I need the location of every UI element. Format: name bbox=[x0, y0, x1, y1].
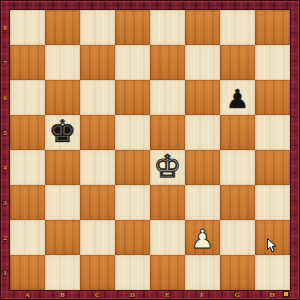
square-a5[interactable] bbox=[10, 115, 45, 150]
file-label-g: G bbox=[220, 290, 255, 300]
square-e4[interactable]: ♚ bbox=[150, 150, 185, 185]
square-g4[interactable] bbox=[220, 150, 255, 185]
square-a8[interactable] bbox=[10, 10, 45, 45]
square-h5[interactable] bbox=[255, 115, 290, 150]
file-label-e: E bbox=[150, 290, 185, 300]
square-h7[interactable] bbox=[255, 45, 290, 80]
file-label-d: D bbox=[115, 290, 150, 300]
file-label-c: C bbox=[80, 290, 115, 300]
square-e6[interactable] bbox=[150, 80, 185, 115]
square-d8[interactable] bbox=[115, 10, 150, 45]
square-d1[interactable] bbox=[115, 255, 150, 290]
square-g5[interactable] bbox=[220, 115, 255, 150]
square-c7[interactable] bbox=[80, 45, 115, 80]
piece-black-pawn[interactable]: ♟ bbox=[226, 86, 249, 112]
square-f5[interactable] bbox=[185, 115, 220, 150]
rank-label-8: 8 bbox=[0, 10, 10, 45]
square-d4[interactable] bbox=[115, 150, 150, 185]
square-b2[interactable] bbox=[45, 220, 80, 255]
square-b6[interactable] bbox=[45, 80, 80, 115]
rank-label-2: 2 bbox=[0, 220, 10, 255]
rank-label-6: 6 bbox=[0, 80, 10, 115]
square-a3[interactable] bbox=[10, 185, 45, 220]
square-c2[interactable] bbox=[80, 220, 115, 255]
square-c6[interactable] bbox=[80, 80, 115, 115]
chess-board-window: ♟♚♚♟ 87654321ABCDEFGH bbox=[0, 0, 300, 300]
square-a7[interactable] bbox=[10, 45, 45, 80]
square-b4[interactable] bbox=[45, 150, 80, 185]
rank-label-7: 7 bbox=[0, 45, 10, 80]
square-c8[interactable] bbox=[80, 10, 115, 45]
file-label-a: A bbox=[10, 290, 45, 300]
square-d6[interactable] bbox=[115, 80, 150, 115]
square-h1[interactable] bbox=[255, 255, 290, 290]
square-g2[interactable] bbox=[220, 220, 255, 255]
square-d3[interactable] bbox=[115, 185, 150, 220]
square-e3[interactable] bbox=[150, 185, 185, 220]
square-d2[interactable] bbox=[115, 220, 150, 255]
square-d5[interactable] bbox=[115, 115, 150, 150]
square-f1[interactable] bbox=[185, 255, 220, 290]
square-g8[interactable] bbox=[220, 10, 255, 45]
square-f6[interactable] bbox=[185, 80, 220, 115]
rank-label-5: 5 bbox=[0, 115, 10, 150]
square-h6[interactable] bbox=[255, 80, 290, 115]
square-c1[interactable] bbox=[80, 255, 115, 290]
square-a2[interactable] bbox=[10, 220, 45, 255]
square-a6[interactable] bbox=[10, 80, 45, 115]
square-h8[interactable] bbox=[255, 10, 290, 45]
square-e5[interactable] bbox=[150, 115, 185, 150]
piece-white-king[interactable]: ♚ bbox=[154, 151, 182, 182]
square-h4[interactable] bbox=[255, 150, 290, 185]
square-g7[interactable] bbox=[220, 45, 255, 80]
square-f8[interactable] bbox=[185, 10, 220, 45]
square-b3[interactable] bbox=[45, 185, 80, 220]
piece-white-pawn[interactable]: ♟ bbox=[191, 226, 214, 252]
square-g1[interactable] bbox=[220, 255, 255, 290]
square-f3[interactable] bbox=[185, 185, 220, 220]
square-e2[interactable] bbox=[150, 220, 185, 255]
square-b7[interactable] bbox=[45, 45, 80, 80]
square-b8[interactable] bbox=[45, 10, 80, 45]
rank-label-3: 3 bbox=[0, 185, 10, 220]
square-e1[interactable] bbox=[150, 255, 185, 290]
square-c5[interactable] bbox=[80, 115, 115, 150]
square-e7[interactable] bbox=[150, 45, 185, 80]
file-label-f: F bbox=[185, 290, 220, 300]
square-a4[interactable] bbox=[10, 150, 45, 185]
square-b5[interactable]: ♚ bbox=[45, 115, 80, 150]
square-g6[interactable]: ♟ bbox=[220, 80, 255, 115]
square-h3[interactable] bbox=[255, 185, 290, 220]
square-d7[interactable] bbox=[115, 45, 150, 80]
square-f7[interactable] bbox=[185, 45, 220, 80]
square-c3[interactable] bbox=[80, 185, 115, 220]
square-e8[interactable] bbox=[150, 10, 185, 45]
square-c4[interactable] bbox=[80, 150, 115, 185]
square-g3[interactable] bbox=[220, 185, 255, 220]
square-f2[interactable]: ♟ bbox=[185, 220, 220, 255]
chess-board: ♟♚♚♟ bbox=[10, 10, 290, 290]
square-f4[interactable] bbox=[185, 150, 220, 185]
square-b1[interactable] bbox=[45, 255, 80, 290]
file-label-b: B bbox=[45, 290, 80, 300]
rank-label-4: 4 bbox=[0, 150, 10, 185]
piece-black-king[interactable]: ♚ bbox=[49, 116, 77, 147]
square-h2[interactable] bbox=[255, 220, 290, 255]
rank-label-1: 1 bbox=[0, 255, 10, 290]
board-corner-marker bbox=[283, 291, 289, 297]
square-a1[interactable] bbox=[10, 255, 45, 290]
